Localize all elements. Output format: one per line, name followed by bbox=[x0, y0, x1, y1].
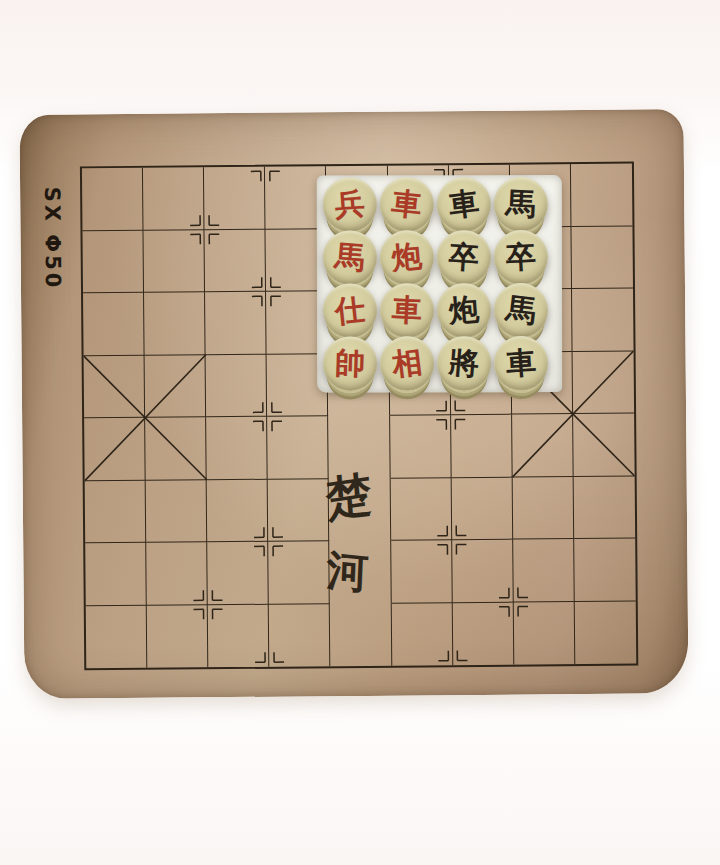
board-cell bbox=[85, 543, 147, 606]
xiangqi-piece-disc: 卒 bbox=[494, 230, 548, 284]
piece-character: 車 bbox=[447, 187, 480, 220]
board-cell bbox=[205, 292, 267, 355]
xiangqi-piece-disc: 卒 bbox=[437, 230, 491, 284]
xiangqi-piece-disc: 車 bbox=[380, 283, 434, 337]
piece-character: 馬 bbox=[504, 293, 537, 326]
board-cell bbox=[451, 415, 513, 478]
piece-stack-black[interactable]: 將 bbox=[437, 336, 491, 390]
board-cell bbox=[146, 542, 208, 605]
board-cell bbox=[574, 476, 636, 539]
xiangqi-mat: SX Φ50 楚 河 兵車車馬馬炮卒卒仕車炮馬帥相將車 bbox=[19, 109, 688, 699]
board-cell bbox=[82, 230, 144, 293]
board-cell bbox=[86, 605, 148, 668]
piece-character: 車 bbox=[390, 188, 423, 221]
board-cell bbox=[82, 168, 144, 231]
xiangqi-piece-disc: 車 bbox=[380, 177, 434, 231]
piece-character: 卒 bbox=[505, 241, 537, 273]
piece-stack-black[interactable]: 卒 bbox=[494, 230, 548, 284]
piece-stack-red[interactable]: 車 bbox=[380, 283, 434, 337]
board-cell bbox=[146, 480, 208, 543]
board-cell bbox=[572, 351, 634, 414]
mat-size-label: SX Φ50 bbox=[40, 187, 65, 317]
piece-character: 馬 bbox=[334, 241, 366, 273]
piece-stack-black[interactable]: 卒 bbox=[437, 230, 491, 284]
board-cell bbox=[390, 478, 452, 541]
xiangqi-piece-disc: 馬 bbox=[494, 283, 548, 337]
board-cell bbox=[145, 417, 207, 480]
piece-stack-black[interactable]: 馬 bbox=[494, 177, 548, 231]
board-cell bbox=[84, 355, 146, 418]
piece-stack-red[interactable]: 相 bbox=[380, 336, 434, 390]
board-cell bbox=[390, 415, 452, 478]
board-cell bbox=[208, 604, 270, 667]
board-cell bbox=[84, 418, 146, 481]
board-cell bbox=[206, 417, 268, 480]
board-cell bbox=[572, 289, 634, 352]
piece-character: 相 bbox=[390, 347, 423, 380]
piece-tray: 兵車車馬馬炮卒卒仕車炮馬帥相將車 bbox=[317, 175, 562, 392]
xiangqi-piece-disc: 帥 bbox=[323, 336, 377, 390]
board-cell bbox=[269, 604, 331, 667]
xiangqi-piece-disc: 炮 bbox=[437, 283, 491, 337]
xiangqi-piece-disc: 馬 bbox=[494, 177, 548, 231]
piece-stack-red[interactable]: 炮 bbox=[380, 230, 434, 284]
xiangqi-piece-disc: 車 bbox=[437, 177, 491, 231]
board-cell bbox=[207, 542, 269, 605]
piece-character: 車 bbox=[391, 295, 422, 326]
piece-character: 將 bbox=[448, 347, 480, 379]
board-cell bbox=[452, 602, 514, 665]
board-cell bbox=[391, 540, 453, 603]
board-cell bbox=[144, 292, 206, 355]
piece-tray-grid: 兵車車馬馬炮卒卒仕車炮馬帥相將車 bbox=[323, 177, 562, 389]
piece-stack-red[interactable]: 仕 bbox=[323, 283, 377, 337]
board-cell bbox=[205, 229, 267, 292]
river-character-bottom: 河 bbox=[314, 541, 380, 603]
xiangqi-piece-disc: 仕 bbox=[323, 283, 377, 337]
board-cell bbox=[571, 164, 633, 227]
xiangqi-piece-disc: 炮 bbox=[380, 230, 434, 284]
board-cell bbox=[571, 226, 633, 289]
xiangqi-piece-disc: 兵 bbox=[323, 177, 377, 231]
board-cell bbox=[512, 414, 574, 477]
piece-stack-red[interactable]: 兵 bbox=[323, 177, 377, 231]
board-cell bbox=[145, 355, 207, 418]
board-cell bbox=[514, 602, 576, 665]
board-cell bbox=[513, 539, 575, 602]
board-cell bbox=[573, 414, 635, 477]
board-cell bbox=[143, 167, 205, 230]
piece-stack-black[interactable]: 車 bbox=[494, 336, 548, 390]
piece-character: 仕 bbox=[333, 294, 366, 327]
piece-character: 馬 bbox=[505, 188, 536, 219]
xiangqi-piece-disc: 車 bbox=[494, 336, 548, 390]
piece-character: 帥 bbox=[335, 348, 366, 379]
piece-stack-black[interactable]: 馬 bbox=[494, 283, 548, 337]
board-cell bbox=[144, 230, 206, 293]
board-cell bbox=[391, 603, 453, 666]
board-cell bbox=[85, 480, 147, 543]
piece-stack-red[interactable]: 車 bbox=[380, 177, 434, 231]
product-photo-page: { "game": "xiangqi", "scene": "leather x… bbox=[0, 0, 720, 865]
piece-stack-red[interactable]: 馬 bbox=[323, 230, 377, 284]
board-cell bbox=[204, 167, 266, 230]
piece-stack-red[interactable]: 帥 bbox=[323, 336, 377, 390]
board-cell bbox=[206, 354, 268, 417]
piece-character: 卒 bbox=[448, 241, 480, 273]
piece-stack-black[interactable]: 車 bbox=[437, 177, 491, 231]
board-cell bbox=[451, 477, 513, 540]
piece-character: 炮 bbox=[448, 294, 480, 326]
xiangqi-piece-disc: 相 bbox=[380, 336, 434, 390]
board-cell bbox=[83, 293, 145, 356]
piece-stack-black[interactable]: 炮 bbox=[437, 283, 491, 337]
board-cell bbox=[512, 477, 574, 540]
board-cell bbox=[147, 605, 209, 668]
river-character-top: 楚 bbox=[315, 461, 383, 532]
piece-character: 車 bbox=[505, 347, 537, 379]
piece-character: 炮 bbox=[391, 241, 424, 274]
board-cell bbox=[452, 540, 514, 603]
board-cell bbox=[575, 601, 637, 664]
xiangqi-piece-disc: 將 bbox=[437, 336, 491, 390]
board-cell bbox=[330, 603, 392, 666]
xiangqi-piece-disc: 馬 bbox=[323, 230, 377, 284]
piece-character: 兵 bbox=[334, 188, 366, 220]
board-cell bbox=[574, 539, 636, 602]
board-cell bbox=[207, 479, 269, 542]
